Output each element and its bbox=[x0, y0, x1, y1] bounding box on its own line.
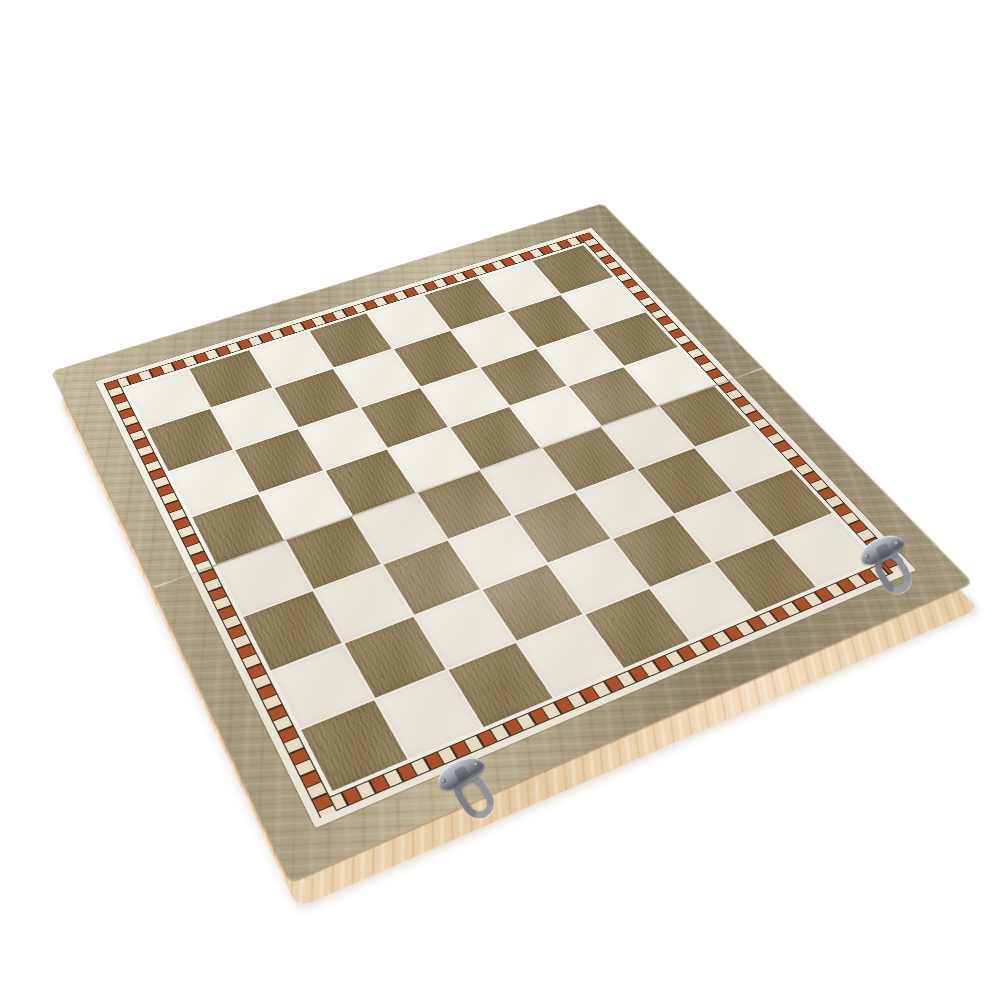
board-frame bbox=[53, 204, 972, 882]
chess-board bbox=[140, 130, 820, 810]
glare-highlight bbox=[53, 204, 972, 882]
product-photo-scene bbox=[0, 0, 1001, 1001]
